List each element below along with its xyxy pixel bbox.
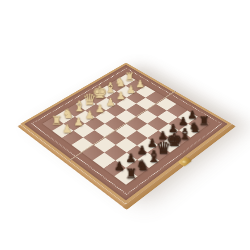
product-photo: ♜♞♝♛♚♝♞♜♟♟♟♟♟♟♟♟♟♟♟♟♟♟♟♟♜♞♝♛♚♝♞♜ bbox=[0, 0, 250, 250]
white-pawn[interactable]: ♟ bbox=[53, 123, 80, 134]
black-rook[interactable]: ♜ bbox=[116, 167, 146, 181]
board-grid: ♜♞♝♛♚♝♞♜♟♟♟♟♟♟♟♟♟♟♟♟♟♟♟♟♜♞♝♛♚♝♞♜ bbox=[43, 74, 210, 185]
chess-board: ♜♞♝♛♚♝♞♜♟♟♟♟♟♟♟♟♟♟♟♟♟♟♟♟♜♞♝♛♚♝♞♜ bbox=[20, 63, 232, 205]
